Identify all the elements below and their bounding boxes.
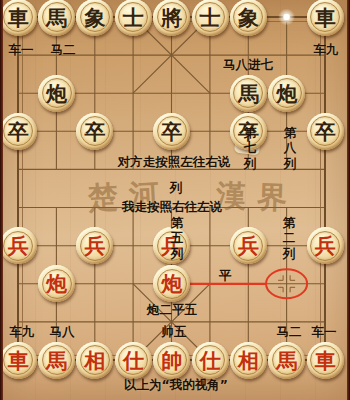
xiangqi-board-background: 楚河 漢界 車馬象士將士象車炮馬炮卒卒卒卒卒兵兵兵兵兵炮炮車馬相仕帥仕相馬車 车… (0, 0, 350, 400)
label-column-2: 第二列 (283, 215, 296, 261)
label-column-8: 第八列 (284, 125, 297, 171)
label-column-2-char: 列 (283, 246, 296, 261)
label-opponent-rule: 对方走按照左往右说 (118, 154, 231, 171)
board-left-edge (0, 0, 3, 400)
label-column-7: 第七列 (244, 125, 257, 171)
label-column-5-char: 列 (171, 246, 184, 261)
label-column-7-char: 列 (244, 156, 257, 171)
label-red-file2-horse: 马二 (277, 324, 302, 341)
label-black-file9-rook: 车九 (314, 42, 339, 59)
label-column-2-char: 第 (283, 215, 296, 230)
label-column-7-char: 第 (244, 125, 257, 140)
label-column-2-char: 二 (283, 230, 296, 245)
label-red-file8-horse: 马八 (50, 324, 75, 341)
label-my-rule: 我走按照右往左说 (122, 199, 222, 216)
label-red-file5-general: 帅五 (162, 324, 187, 341)
label-column-7-char: 七 (244, 140, 257, 155)
label-ping: 平 (219, 268, 232, 285)
label-red-file9-rook: 车九 (10, 324, 35, 341)
label-lie-center: 列 (170, 180, 183, 197)
label-column-8-char: 八 (284, 140, 297, 155)
label-black-file1-rook: 车一 (9, 42, 34, 59)
label-column-5-char: 第 (171, 215, 184, 230)
label-column-8-char: 列 (284, 156, 297, 171)
label-black-move: 马八进七 (223, 57, 273, 74)
caption-viewpoint: 以上为“我的视角” (124, 377, 228, 394)
label-column-8-char: 第 (284, 125, 297, 140)
label-black-file2-horse: 马二 (51, 42, 76, 59)
label-red-file1-rook: 车一 (312, 324, 337, 341)
label-column-5: 第五列 (171, 215, 184, 261)
label-column-5-char: 五 (171, 230, 184, 245)
label-red-move: 炮二平五 (147, 302, 197, 319)
annotation-layer: 车一马二车九马八进七第七列第八列对方走按照左往右说列我走按照右往左说第五列第二列… (0, 0, 350, 400)
